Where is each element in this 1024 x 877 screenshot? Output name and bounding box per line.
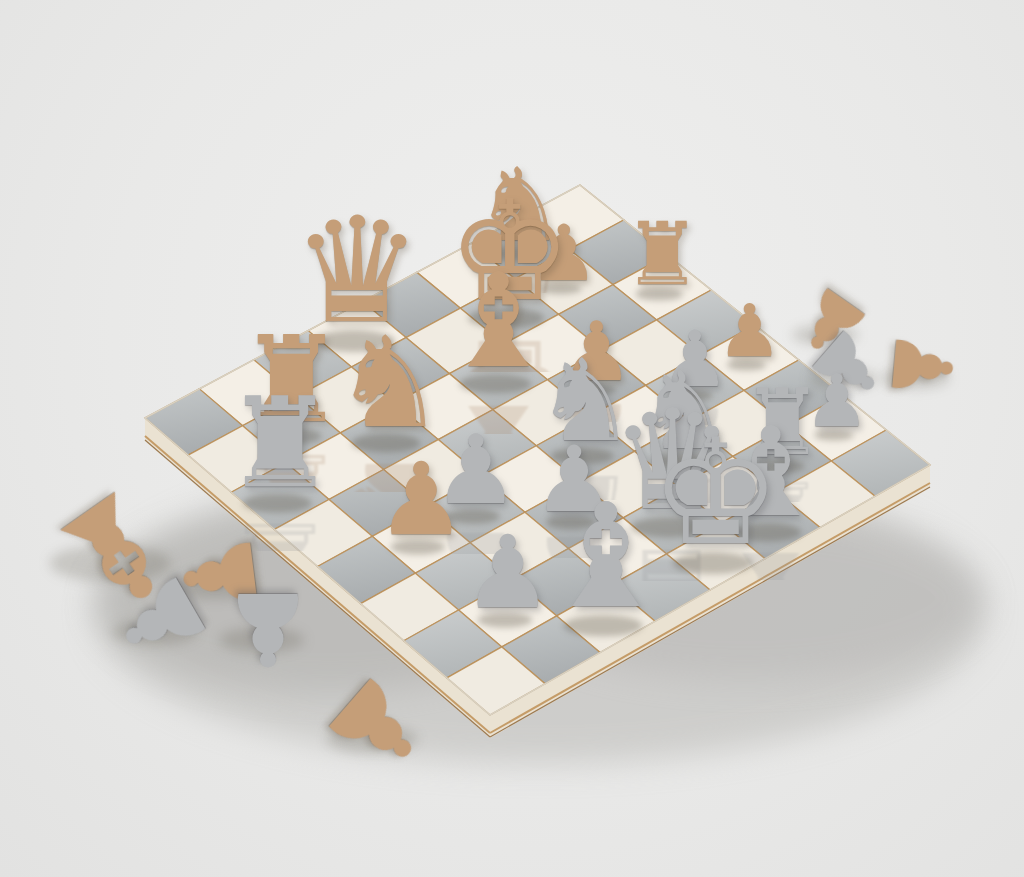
chessboard [0,0,1024,877]
chess-set-photo: ♚♚♛♜♜♜♝♝♞♞♞♞♟♟♟♟♟♚♛♛♜♜♜♜♞♞♞♞♝♝♝♟♟♟♟♟♟♟♟♝… [0,0,1024,877]
